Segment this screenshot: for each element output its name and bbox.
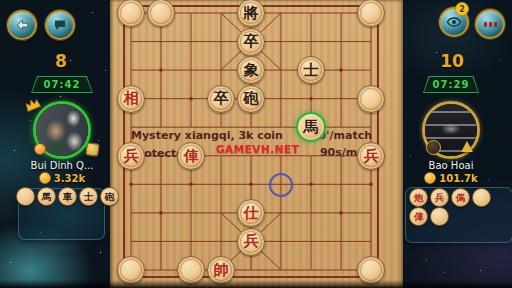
timer-value: 07:29 [424,77,478,92]
back-arrow-icon [15,18,30,33]
room-info-line1: Mystery xiangqi, 3k coin [131,129,283,142]
right-player-coins: 101.7k [403,172,499,184]
left-player-coins: 3.32k [14,172,110,184]
starfield-background [0,0,1,1]
chat-button[interactable] [45,10,75,40]
piece-兵[interactable]: 兵 [237,228,265,256]
left-avatar-ribbon-badge [85,142,100,157]
timer-value: 07:42 [32,77,92,92]
right-avatar-pyramid-badge [461,141,473,152]
piece-將[interactable]: 將 [237,0,265,27]
left-avatar-coin-badge [34,143,46,155]
bottom-vignette [0,280,512,288]
resign-button[interactable] [475,9,505,39]
piece-hidden[interactable] [357,85,385,113]
coin-icon [424,172,436,184]
left-player-score: 8 [39,51,83,71]
right-avatar-piece-badge [426,140,441,155]
captured-piece-傌: 傌 [451,188,470,207]
piece-兵[interactable]: 兵 [117,142,145,170]
eye-icon [446,14,462,30]
right-player-name: Bao Hoai [403,160,499,171]
right-player-timer: 07:29 [423,76,479,93]
left-player-name: Bui Dinh Q... [14,160,110,171]
left-player-timer: 07:42 [31,76,93,93]
piece-仕[interactable]: 仕 [237,199,265,227]
right-captured-pieces: 炮兵傌俥 [409,188,507,226]
captured-piece-hidden [472,188,491,207]
red-text-icon [484,22,497,27]
captured-piece-車: 車 [58,187,77,206]
piece-象[interactable]: 象 [237,56,265,84]
piece-卒[interactable]: 卒 [237,28,265,56]
piece-卒[interactable]: 卒 [207,85,235,113]
game-screen: Mystery xiangqi, 3k coin protected GAMEV… [0,0,512,288]
captured-piece-砲: 砲 [100,187,119,206]
captured-piece-俥: 俥 [409,207,428,226]
captured-piece-hidden [16,187,35,206]
coin-value: 101.7k [439,173,477,184]
xiangqi-board[interactable]: Mystery xiangqi, 3k coin protected GAMEV… [110,0,403,288]
chat-bubble-icon [53,18,67,32]
piece-hidden[interactable] [117,0,145,27]
piece-hidden[interactable] [147,0,175,27]
captured-piece-士: 士 [79,187,98,206]
piece-兵[interactable]: 兵 [357,142,385,170]
right-player-score: 10 [430,51,474,71]
piece-相[interactable]: 相 [117,85,145,113]
left-captured-pieces: 馬車士砲 [16,187,119,206]
spectator-count-badge: 2 [455,2,469,16]
last-move-marker [269,173,293,197]
back-button[interactable] [7,10,37,40]
captured-piece-hidden [430,207,449,226]
captured-piece-馬: 馬 [37,187,56,206]
piece-俥[interactable]: 俥 [177,142,205,170]
captured-piece-炮: 炮 [409,188,428,207]
coin-icon [39,172,51,184]
piece-砲[interactable]: 砲 [237,85,265,113]
piece-士[interactable]: 士 [297,56,325,84]
captured-piece-兵: 兵 [430,188,449,207]
coin-value: 3.32k [54,173,85,184]
piece-hidden[interactable] [357,0,385,27]
watermark-text: GAMEVH.NET [216,143,286,155]
